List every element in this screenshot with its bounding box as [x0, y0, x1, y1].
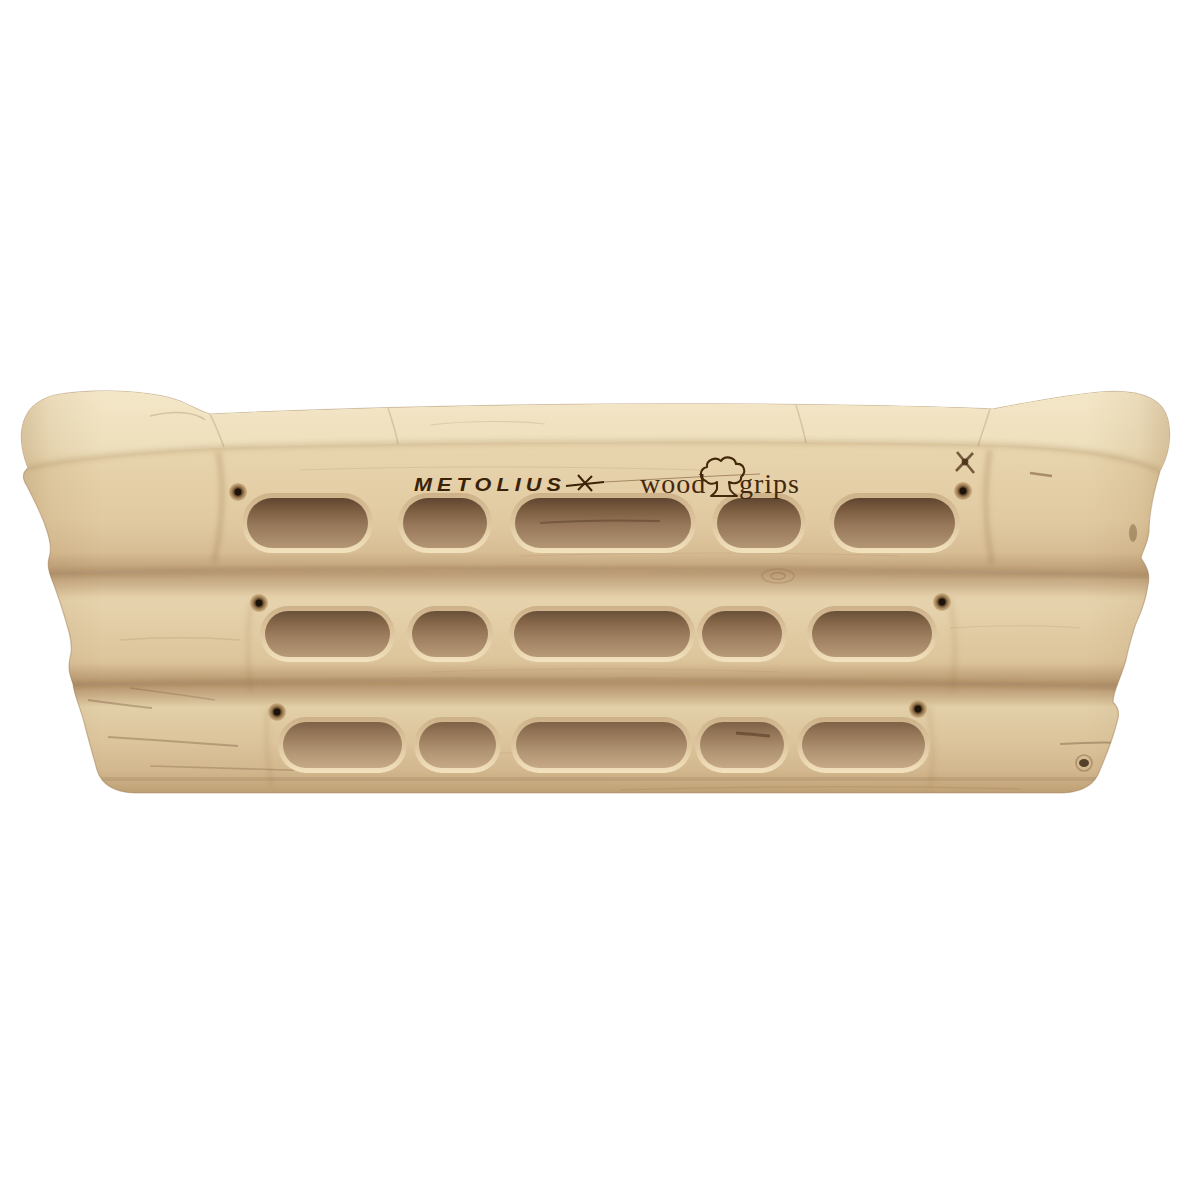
screw-hole: [960, 488, 967, 495]
pocket-middle-row: [412, 611, 488, 657]
pocket-top-row: [717, 498, 801, 548]
hangboard-illustration: METOLIUS wood grips: [0, 0, 1200, 1200]
screw-hole: [915, 706, 922, 713]
pocket-top-row: [247, 498, 368, 548]
bottom-edge-shading: [100, 778, 1100, 780]
pocket-bottom-row: [283, 722, 402, 768]
screw-hole: [235, 489, 242, 496]
pocket-middle-row: [812, 611, 932, 657]
logo-metolius: METOLIUS: [414, 474, 566, 495]
groove-row1-row2: [20, 552, 1170, 596]
pocket-top-row: [834, 498, 955, 548]
pocket-bottom-row: [516, 722, 687, 768]
pocket-bottom-row: [419, 722, 496, 768]
logo-grips: grips: [739, 468, 800, 499]
pocket-bottom-row: [802, 722, 925, 768]
pockets-layer: [229, 482, 972, 773]
pocket-bottom-row: [700, 722, 784, 768]
screw-hole: [256, 600, 263, 607]
hangboard: METOLIUS wood grips: [10, 385, 1180, 805]
pocket-top-row: [403, 498, 487, 548]
pocket-middle-row: [514, 611, 690, 657]
screw-hole: [274, 709, 281, 716]
screw-hole: [939, 599, 946, 606]
logo-wood: wood: [640, 468, 706, 499]
pocket-middle-row: [702, 611, 782, 657]
edge-blotch: [1129, 524, 1137, 542]
pocket-middle-row: [265, 611, 390, 657]
product-photo: METOLIUS wood grips: [0, 0, 1200, 1200]
